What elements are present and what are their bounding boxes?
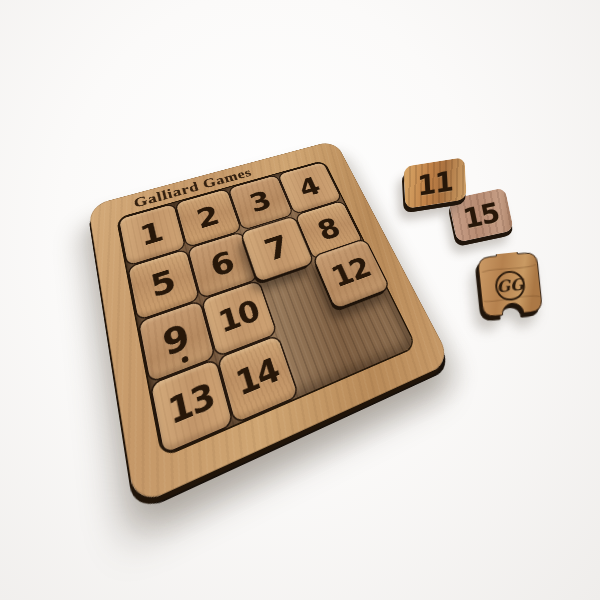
board-grid: 12345678910121314 <box>118 161 416 456</box>
tile-number: 15 <box>461 198 501 232</box>
gg-logo-piece[interactable]: GG <box>475 250 545 319</box>
tile-number: 9 <box>160 319 193 362</box>
tile-number: 3 <box>246 187 275 216</box>
nine-orientation-dot <box>181 355 189 363</box>
tile-number: 12 <box>328 254 375 293</box>
tile-number: 6 <box>207 247 238 282</box>
tile-number: 13 <box>165 379 217 431</box>
tile-number: 5 <box>148 265 179 302</box>
tile-number: 7 <box>261 231 294 266</box>
tile-number: 14 <box>233 354 283 402</box>
tile-number: 10 <box>216 296 263 337</box>
gg-monogram: GG <box>496 274 526 296</box>
tile-number: 2 <box>194 202 223 233</box>
photo-stage: Galliard Games 12345678910121314 11 15 G… <box>0 0 600 600</box>
tile-number: 1 <box>137 217 166 250</box>
tile-number: 11 <box>417 167 454 200</box>
tile-number: 4 <box>295 173 324 201</box>
tile-number: 8 <box>314 214 345 245</box>
puzzle-board: Galliard Games 12345678910121314 <box>88 140 452 507</box>
gg-piece-shape: GG <box>475 250 545 319</box>
